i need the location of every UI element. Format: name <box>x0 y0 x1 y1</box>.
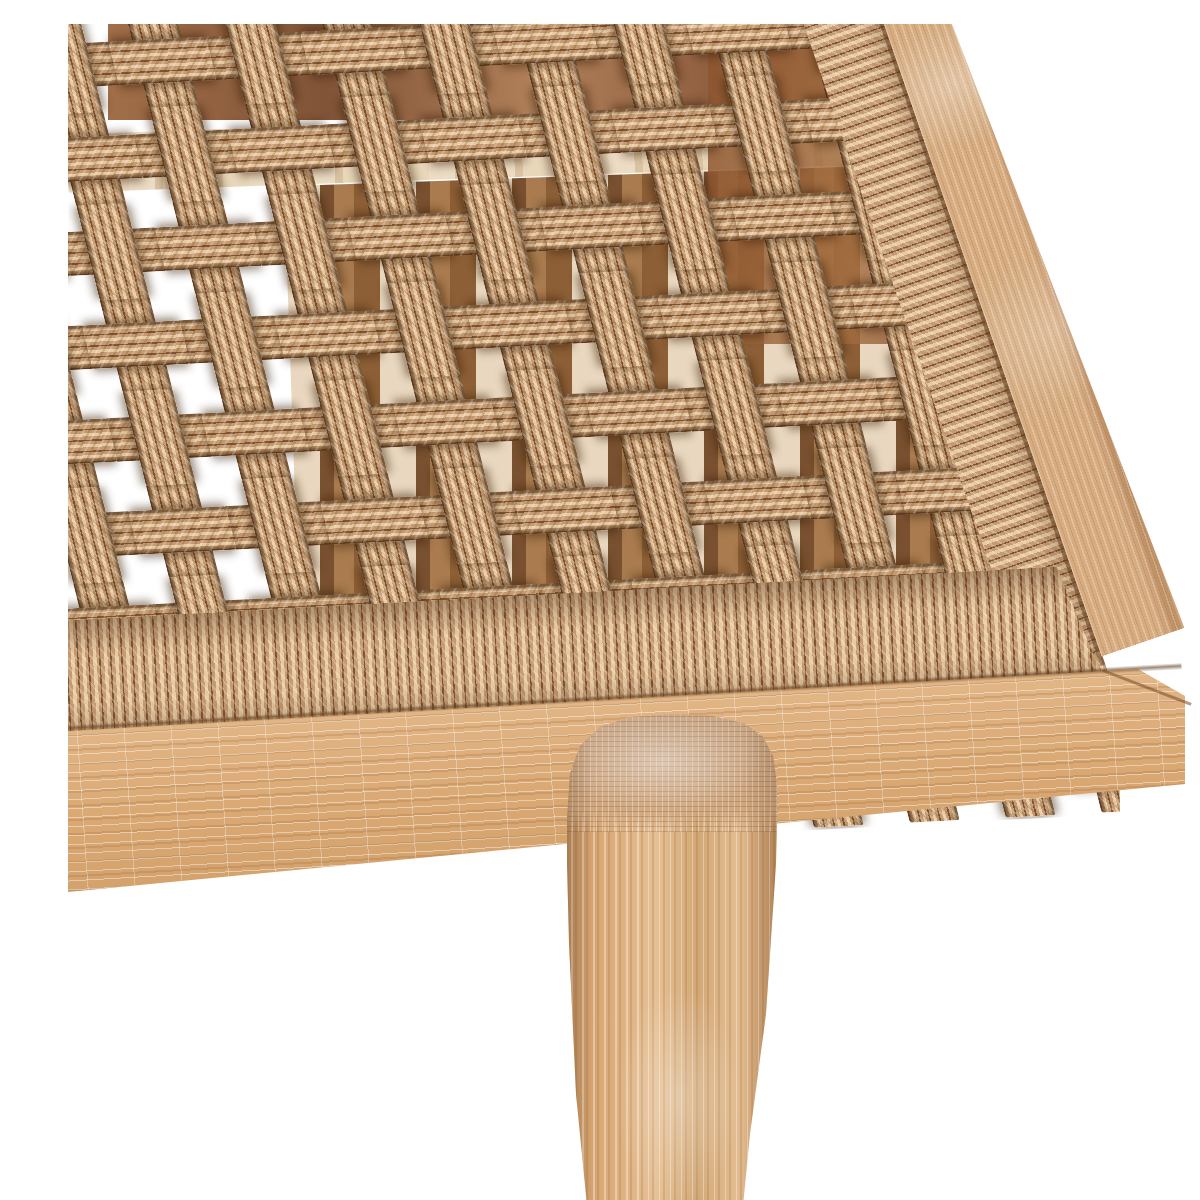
horizontal-cord-bundle <box>994 84 1103 133</box>
horizontal-cord-bundle <box>320 496 429 545</box>
tapered-leg <box>560 714 788 1200</box>
horizontal-cord-bundle <box>657 290 766 339</box>
vertical-cord-bundle <box>1177 333 1200 431</box>
horizontal-cord-bundle <box>108 37 217 86</box>
weave-cell <box>966 24 1085 65</box>
weave-cell <box>1154 333 1200 431</box>
vertical-cord-bundle <box>1180 24 1200 54</box>
weave-cell <box>989 60 1108 158</box>
weave-cell <box>1181 49 1200 147</box>
horizontal-cord-bundle <box>1159 358 1200 407</box>
horizontal-cord-bundle <box>227 124 336 173</box>
photo-content <box>68 24 1200 1200</box>
horizontal-cord-bundle <box>419 114 528 163</box>
horizontal-cord-bundle <box>68 134 144 183</box>
horizontal-cord-bundle <box>1067 24 1176 35</box>
horizontal-cord-bundle <box>128 506 237 555</box>
weave-cell <box>1062 24 1181 60</box>
vertical-cord-bundle <box>1012 60 1086 158</box>
leg-shading <box>560 714 788 1200</box>
horizontal-cord-bundle <box>201 408 310 457</box>
horizontal-cord-bundle <box>683 24 792 55</box>
weave-cell <box>1085 55 1200 153</box>
horizontal-cord-bundle <box>465 300 574 349</box>
horizontal-cord-bundle <box>584 388 693 437</box>
horizontal-cord-bundle <box>82 320 191 369</box>
horizontal-cord-bundle <box>1090 79 1199 128</box>
horizontal-cord-bundle <box>538 202 647 251</box>
horizontal-cord-bundle <box>1186 74 1200 123</box>
horizontal-cord-bundle <box>1136 265 1200 314</box>
horizontal-cord-bundle <box>154 222 263 271</box>
horizontal-cord-bundle <box>730 192 839 241</box>
vertical-cord-bundle <box>1154 241 1200 339</box>
vertical-cord-bundle <box>1107 55 1181 153</box>
horizontal-cord-bundle <box>492 24 601 65</box>
horizontal-cord-bundle <box>300 26 409 75</box>
weave-cell <box>1108 147 1200 245</box>
horizontal-cord-bundle <box>1183 451 1200 500</box>
horizontal-cord-bundle <box>776 378 885 427</box>
vertical-cord-bundle <box>1035 153 1109 251</box>
horizontal-cord-bundle <box>1163 24 1200 30</box>
horizontal-cord-bundle <box>703 476 812 525</box>
horizontal-cord-bundle <box>512 486 621 535</box>
vertical-cord-bundle <box>1084 24 1158 59</box>
vertical-cord-bundle <box>1131 148 1200 246</box>
horizontal-cord-bundle <box>346 212 455 261</box>
weave-cell <box>1177 426 1200 524</box>
horizontal-cord-bundle <box>1113 172 1200 221</box>
horizontal-cord-bundle <box>611 104 720 153</box>
vertical-cord-bundle <box>988 24 1062 64</box>
weave-cell <box>1157 24 1200 55</box>
weave-cell <box>1131 240 1200 338</box>
horizontal-cord-bundle <box>1017 177 1126 226</box>
horizontal-cord-bundle <box>273 310 382 359</box>
horizontal-cord-bundle <box>392 398 501 447</box>
product-photo <box>40 16 1200 1200</box>
horizontal-cord-bundle <box>971 24 1080 40</box>
